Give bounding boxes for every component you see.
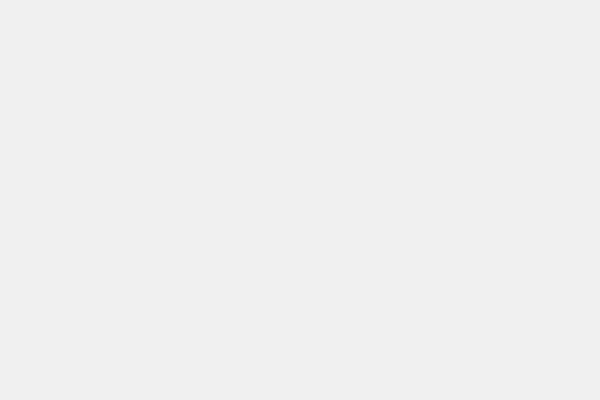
- xiangqi-board[interactable]: [0, 0, 600, 400]
- pieces-layer: [120, 0, 480, 399]
- xiangqi-game-screen: [0, 0, 600, 400]
